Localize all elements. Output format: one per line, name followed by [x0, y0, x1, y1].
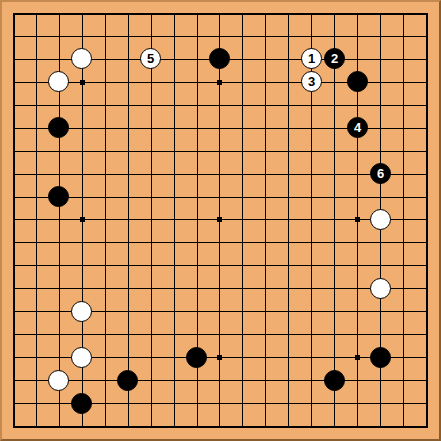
white-stone-D4	[71, 347, 92, 368]
white-stone-R10	[370, 209, 391, 230]
white-stone-C16	[48, 71, 69, 92]
grid-line-horizontal	[13, 380, 426, 381]
star-point	[355, 217, 360, 222]
grid-line-vertical	[403, 13, 404, 426]
star-point	[217, 80, 222, 85]
grid-line-horizontal	[13, 265, 426, 266]
grid-line-horizontal	[13, 334, 426, 335]
black-stone-D2	[71, 393, 92, 414]
black-stone-C11	[48, 186, 69, 207]
go-board: 513246	[0, 0, 441, 441]
star-point	[80, 217, 85, 222]
move-6-black-stone-R12: 6	[370, 163, 391, 184]
white-stone-D6	[71, 301, 92, 322]
black-stone-Q16	[347, 71, 368, 92]
move-1-white-stone-O17: 1	[301, 48, 322, 69]
go-diagram: 513246	[0, 0, 441, 441]
star-point	[217, 217, 222, 222]
grid-line-vertical	[265, 13, 266, 426]
grid-line-vertical	[242, 13, 243, 426]
black-stone-R4	[370, 347, 391, 368]
move-3-white-stone-O16: 3	[301, 71, 322, 92]
star-point	[80, 80, 85, 85]
grid-line-horizontal	[13, 288, 426, 289]
black-stone-J4	[186, 347, 207, 368]
black-stone-F3	[117, 370, 138, 391]
black-stone-O3	[324, 370, 345, 391]
star-point	[217, 355, 222, 360]
move-2-black-stone-P17: 2	[324, 48, 345, 69]
white-stone-D17	[71, 48, 92, 69]
grid-line-vertical	[334, 13, 335, 426]
grid-line-horizontal	[13, 242, 426, 243]
star-point	[355, 355, 360, 360]
white-stone-R7	[370, 278, 391, 299]
move-4-black-stone-Q14: 4	[347, 117, 368, 138]
black-stone-K17	[209, 48, 230, 69]
move-5-white-stone-G17: 5	[140, 48, 161, 69]
black-stone-C14	[48, 117, 69, 138]
grid-line-vertical	[288, 13, 289, 426]
white-stone-C3	[48, 370, 69, 391]
